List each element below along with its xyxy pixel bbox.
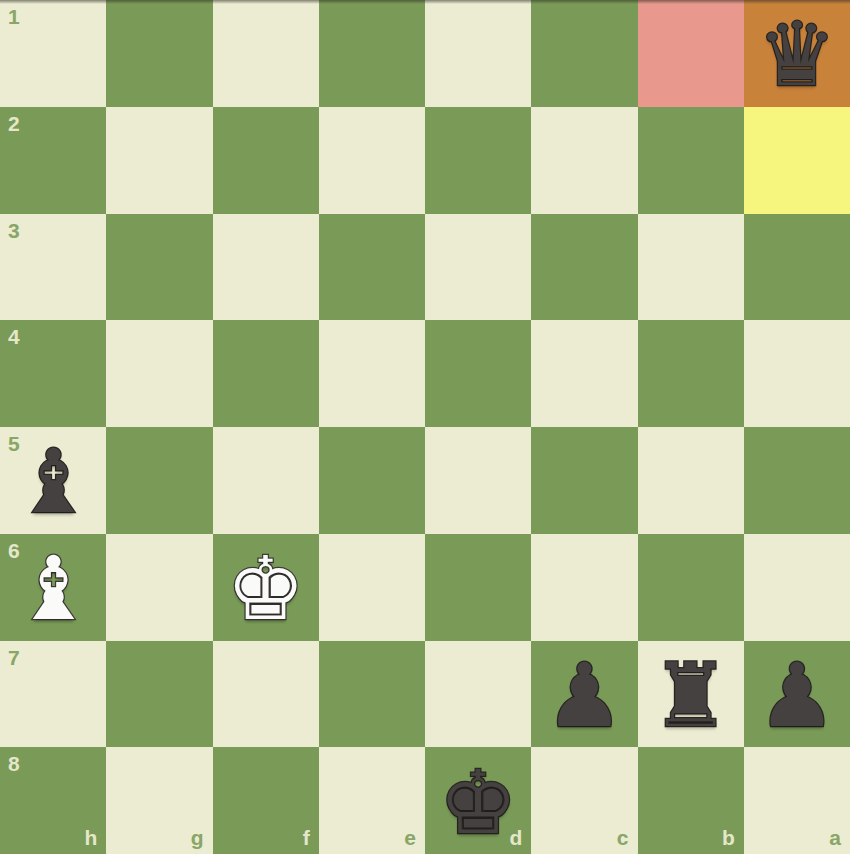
square-d3[interactable] [425,214,531,321]
rank-label-4: 4 [8,326,20,347]
square-h6[interactable]: 6♝ [0,534,106,641]
square-g6[interactable] [106,534,212,641]
file-label-h: h [84,827,97,848]
file-label-f: f [303,827,310,848]
square-d2[interactable] [425,107,531,214]
square-b8[interactable]: b [638,747,744,854]
square-f6[interactable]: ♚ [213,534,319,641]
square-b5[interactable] [638,427,744,534]
square-b2[interactable] [638,107,744,214]
square-b1[interactable] [638,0,744,107]
square-e7[interactable] [319,641,425,748]
file-label-b: b [722,827,735,848]
square-h5[interactable]: 5♝ [0,427,106,534]
square-h8[interactable]: 8h [0,747,106,854]
square-c4[interactable] [531,320,637,427]
chess-board-container: 1♛2345♝6♝♚7♟♜♟8hgfed♚cba [0,0,850,854]
square-f1[interactable] [213,0,319,107]
piece-white-bishop-h6[interactable]: ♝ [14,545,93,633]
square-c6[interactable] [531,534,637,641]
square-g7[interactable] [106,641,212,748]
square-b4[interactable] [638,320,744,427]
square-f2[interactable] [213,107,319,214]
square-d5[interactable] [425,427,531,534]
square-a7[interactable]: ♟ [744,641,850,748]
square-g8[interactable]: g [106,747,212,854]
rank-label-7: 7 [8,647,20,668]
square-f3[interactable] [213,214,319,321]
square-e5[interactable] [319,427,425,534]
square-h3[interactable]: 3 [0,214,106,321]
piece-black-pawn-c7[interactable]: ♟ [545,652,624,740]
square-a2[interactable] [744,107,850,214]
square-f4[interactable] [213,320,319,427]
rank-label-3: 3 [8,220,20,241]
piece-black-king-d8[interactable]: ♚ [439,759,518,847]
square-b6[interactable] [638,534,744,641]
square-d6[interactable] [425,534,531,641]
rank-label-8: 8 [8,753,20,774]
rank-label-2: 2 [8,113,20,134]
file-label-e: e [404,827,416,848]
square-a1[interactable]: ♛ [744,0,850,107]
square-g4[interactable] [106,320,212,427]
piece-black-bishop-h5[interactable]: ♝ [14,438,93,526]
square-d4[interactable] [425,320,531,427]
piece-black-queen-a1[interactable]: ♛ [757,11,836,99]
chess-board[interactable]: 1♛2345♝6♝♚7♟♜♟8hgfed♚cba [0,0,850,854]
square-a4[interactable] [744,320,850,427]
square-e4[interactable] [319,320,425,427]
file-label-g: g [191,827,204,848]
square-g2[interactable] [106,107,212,214]
piece-black-rook-b7[interactable]: ♜ [651,652,730,740]
piece-black-pawn-a7[interactable]: ♟ [757,652,836,740]
square-e3[interactable] [319,214,425,321]
square-h2[interactable]: 2 [0,107,106,214]
square-h1[interactable]: 1 [0,0,106,107]
file-label-a: a [829,827,841,848]
square-a6[interactable] [744,534,850,641]
square-a8[interactable]: a [744,747,850,854]
square-a5[interactable] [744,427,850,534]
square-c1[interactable] [531,0,637,107]
square-e1[interactable] [319,0,425,107]
square-c5[interactable] [531,427,637,534]
square-c2[interactable] [531,107,637,214]
square-g5[interactable] [106,427,212,534]
square-a3[interactable] [744,214,850,321]
square-d1[interactable] [425,0,531,107]
square-f8[interactable]: f [213,747,319,854]
square-h7[interactable]: 7 [0,641,106,748]
square-f5[interactable] [213,427,319,534]
square-e2[interactable] [319,107,425,214]
square-e8[interactable]: e [319,747,425,854]
square-c3[interactable] [531,214,637,321]
square-d8[interactable]: d♚ [425,747,531,854]
square-c7[interactable]: ♟ [531,641,637,748]
rank-label-1: 1 [8,6,20,27]
file-label-c: c [617,827,629,848]
square-h4[interactable]: 4 [0,320,106,427]
square-g3[interactable] [106,214,212,321]
square-c8[interactable]: c [531,747,637,854]
square-b7[interactable]: ♜ [638,641,744,748]
square-d7[interactable] [425,641,531,748]
square-e6[interactable] [319,534,425,641]
square-b3[interactable] [638,214,744,321]
square-g1[interactable] [106,0,212,107]
piece-white-king-f6[interactable]: ♚ [226,545,305,633]
square-f7[interactable] [213,641,319,748]
